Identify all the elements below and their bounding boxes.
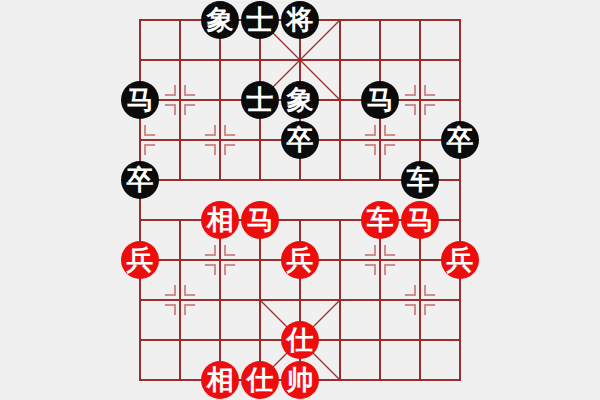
- point-2-7[interactable]: [200, 280, 240, 320]
- point-3-2[interactable]: 士: [240, 80, 280, 120]
- point-4-5[interactable]: [280, 200, 320, 240]
- piece-black-advisor[interactable]: 士: [241, 1, 279, 39]
- point-0-9[interactable]: [120, 360, 160, 400]
- point-4-2[interactable]: 象: [280, 80, 320, 120]
- point-2-5[interactable]: 相: [200, 200, 240, 240]
- point-5-8[interactable]: [320, 320, 360, 360]
- piece-black-horse[interactable]: 马: [121, 81, 159, 119]
- point-2-2[interactable]: [200, 80, 240, 120]
- piece-red-elephant[interactable]: 相: [201, 361, 239, 399]
- point-7-9[interactable]: [400, 360, 440, 400]
- point-6-4[interactable]: [360, 160, 400, 200]
- point-8-3[interactable]: 卒: [440, 120, 480, 160]
- point-7-7[interactable]: [400, 280, 440, 320]
- point-1-0[interactable]: [160, 0, 200, 40]
- piece-red-pawn[interactable]: 兵: [121, 241, 159, 279]
- point-5-3[interactable]: [320, 120, 360, 160]
- piece-red-elephant[interactable]: 相: [201, 201, 239, 239]
- point-0-2[interactable]: 马: [120, 80, 160, 120]
- point-7-1[interactable]: [400, 40, 440, 80]
- point-4-4[interactable]: [280, 160, 320, 200]
- point-6-2[interactable]: 马: [360, 80, 400, 120]
- point-7-2[interactable]: [400, 80, 440, 120]
- point-0-8[interactable]: [120, 320, 160, 360]
- point-0-3[interactable]: [120, 120, 160, 160]
- point-0-7[interactable]: [120, 280, 160, 320]
- piece-red-pawn[interactable]: 兵: [281, 241, 319, 279]
- piece-black-pawn[interactable]: 卒: [121, 161, 159, 199]
- point-4-7[interactable]: [280, 280, 320, 320]
- point-1-8[interactable]: [160, 320, 200, 360]
- point-1-6[interactable]: [160, 240, 200, 280]
- piece-red-horse[interactable]: 马: [241, 201, 279, 239]
- point-0-4[interactable]: 卒: [120, 160, 160, 200]
- point-0-5[interactable]: [120, 200, 160, 240]
- point-5-2[interactable]: [320, 80, 360, 120]
- point-8-1[interactable]: [440, 40, 480, 80]
- point-2-1[interactable]: [200, 40, 240, 80]
- piece-black-pawn[interactable]: 卒: [281, 121, 319, 159]
- piece-black-elephant[interactable]: 象: [201, 1, 239, 39]
- piece-red-advisor[interactable]: 仕: [281, 321, 319, 359]
- point-8-7[interactable]: [440, 280, 480, 320]
- point-7-6[interactable]: [400, 240, 440, 280]
- point-8-2[interactable]: [440, 80, 480, 120]
- point-6-3[interactable]: [360, 120, 400, 160]
- board-intersections: 象士将马士象马卒卒卒车相马车马兵兵兵仕相仕帅: [120, 0, 480, 400]
- point-5-7[interactable]: [320, 280, 360, 320]
- point-6-1[interactable]: [360, 40, 400, 80]
- point-6-5[interactable]: 车: [360, 200, 400, 240]
- point-2-3[interactable]: [200, 120, 240, 160]
- point-6-0[interactable]: [360, 0, 400, 40]
- point-8-9[interactable]: [440, 360, 480, 400]
- point-0-6[interactable]: 兵: [120, 240, 160, 280]
- point-4-8[interactable]: 仕: [280, 320, 320, 360]
- point-6-6[interactable]: [360, 240, 400, 280]
- point-8-8[interactable]: [440, 320, 480, 360]
- piece-black-horse[interactable]: 马: [361, 81, 399, 119]
- point-3-7[interactable]: [240, 280, 280, 320]
- piece-red-general[interactable]: 帅: [281, 361, 319, 399]
- point-3-4[interactable]: [240, 160, 280, 200]
- piece-black-pawn[interactable]: 卒: [441, 121, 479, 159]
- piece-black-advisor[interactable]: 士: [241, 81, 279, 119]
- point-4-9[interactable]: 帅: [280, 360, 320, 400]
- point-2-6[interactable]: [200, 240, 240, 280]
- point-5-4[interactable]: [320, 160, 360, 200]
- point-8-4[interactable]: [440, 160, 480, 200]
- point-8-6[interactable]: 兵: [440, 240, 480, 280]
- point-7-5[interactable]: 马: [400, 200, 440, 240]
- point-5-9[interactable]: [320, 360, 360, 400]
- point-4-6[interactable]: 兵: [280, 240, 320, 280]
- piece-black-elephant[interactable]: 象: [281, 81, 319, 119]
- point-3-6[interactable]: [240, 240, 280, 280]
- point-0-1[interactable]: [120, 40, 160, 80]
- xiangqi-board: 象士将马士象马卒卒卒车相马车马兵兵兵仕相仕帅: [0, 0, 600, 400]
- point-3-8[interactable]: [240, 320, 280, 360]
- point-3-3[interactable]: [240, 120, 280, 160]
- point-3-1[interactable]: [240, 40, 280, 80]
- point-3-9[interactable]: 仕: [240, 360, 280, 400]
- point-1-3[interactable]: [160, 120, 200, 160]
- point-1-1[interactable]: [160, 40, 200, 80]
- point-5-5[interactable]: [320, 200, 360, 240]
- point-6-8[interactable]: [360, 320, 400, 360]
- point-8-5[interactable]: [440, 200, 480, 240]
- point-2-9[interactable]: 相: [200, 360, 240, 400]
- piece-red-horse[interactable]: 马: [401, 201, 439, 239]
- point-6-9[interactable]: [360, 360, 400, 400]
- point-3-0[interactable]: 士: [240, 0, 280, 40]
- point-1-9[interactable]: [160, 360, 200, 400]
- point-7-3[interactable]: [400, 120, 440, 160]
- point-7-4[interactable]: 车: [400, 160, 440, 200]
- point-7-0[interactable]: [400, 0, 440, 40]
- point-5-0[interactable]: [320, 0, 360, 40]
- point-2-8[interactable]: [200, 320, 240, 360]
- point-5-1[interactable]: [320, 40, 360, 80]
- point-1-5[interactable]: [160, 200, 200, 240]
- point-1-4[interactable]: [160, 160, 200, 200]
- point-1-7[interactable]: [160, 280, 200, 320]
- point-4-3[interactable]: 卒: [280, 120, 320, 160]
- point-5-6[interactable]: [320, 240, 360, 280]
- point-0-0[interactable]: [120, 0, 160, 40]
- point-2-0[interactable]: 象: [200, 0, 240, 40]
- point-8-0[interactable]: [440, 0, 480, 40]
- point-4-0[interactable]: 将: [280, 0, 320, 40]
- piece-red-pawn[interactable]: 兵: [441, 241, 479, 279]
- point-7-8[interactable]: [400, 320, 440, 360]
- point-3-5[interactable]: 马: [240, 200, 280, 240]
- point-4-1[interactable]: [280, 40, 320, 80]
- piece-black-general[interactable]: 将: [281, 1, 319, 39]
- point-2-4[interactable]: [200, 160, 240, 200]
- piece-red-chariot[interactable]: 车: [361, 201, 399, 239]
- piece-black-chariot[interactable]: 车: [401, 161, 439, 199]
- piece-red-advisor[interactable]: 仕: [241, 361, 279, 399]
- point-1-2[interactable]: [160, 80, 200, 120]
- point-6-7[interactable]: [360, 280, 400, 320]
